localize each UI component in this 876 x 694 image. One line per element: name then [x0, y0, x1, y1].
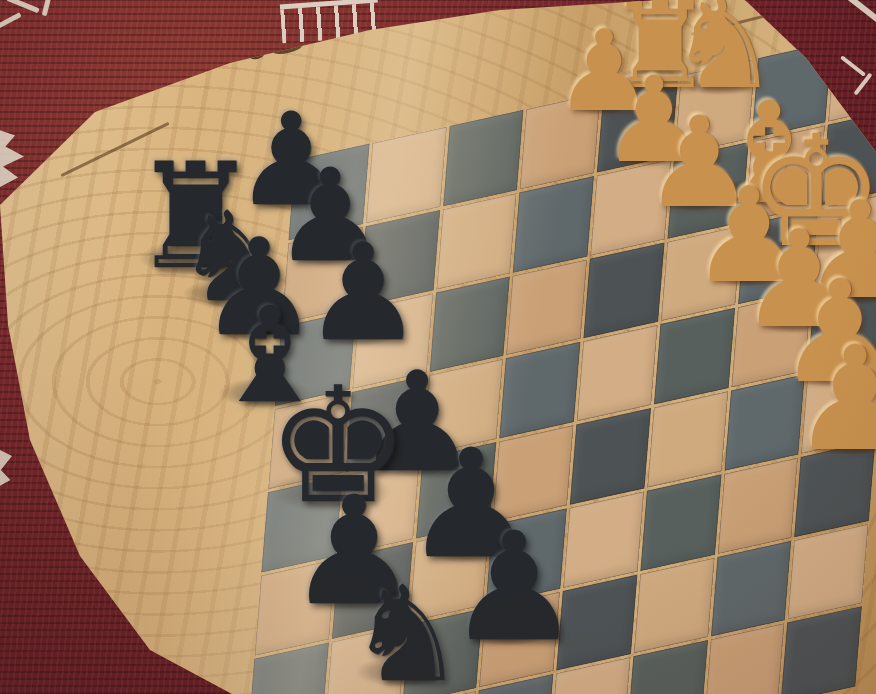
- square-d7[interactable]: [513, 176, 594, 272]
- rug-mark-top-left-3: [42, 0, 52, 16]
- rug-stripe-top-right-1: [771, 0, 876, 39]
- square-e4[interactable]: [570, 408, 651, 504]
- square-g2[interactable]: [711, 540, 792, 636]
- wood-bark-edge: [791, 31, 844, 78]
- rug-mark-top-left-1: [6, 0, 39, 13]
- piece-black-knight[interactable]: ♞: [348, 578, 466, 690]
- square-g3[interactable]: [717, 457, 798, 553]
- wood-knot-2: [250, 52, 265, 61]
- piece-black-pawn[interactable]: ♟: [447, 524, 581, 652]
- square-f1[interactable]: [627, 640, 708, 694]
- square-c7[interactable]: [436, 193, 517, 289]
- square-d6[interactable]: [506, 259, 587, 355]
- square-g1[interactable]: [704, 623, 785, 694]
- square-d1[interactable]: [472, 674, 553, 694]
- rug-left-patch-2: [0, 448, 12, 488]
- pieces-layer: ♜♞♟♟♝♟♟♚♟♜♟♟♞♟♟♟♟♝♟♟♚♟♟♟♞: [0, 0, 876, 694]
- square-f3[interactable]: [640, 474, 721, 570]
- square-e5[interactable]: [577, 325, 658, 421]
- square-h1[interactable]: [781, 606, 862, 694]
- square-h2[interactable]: [788, 523, 869, 619]
- rug-left-patch-1: [0, 128, 24, 190]
- piece-white-pawn[interactable]: ♟: [790, 338, 876, 460]
- rug-mark-top-left-2: [0, 12, 22, 29]
- wood-knot-1: [271, 41, 302, 56]
- square-a2[interactable]: [248, 642, 329, 694]
- square-f4[interactable]: [647, 391, 728, 487]
- square-f5[interactable]: [654, 308, 735, 404]
- scene: ♜♞♟♟♝♟♟♚♟♜♟♟♞♟♟♟♟♝♟♟♚♟♟♟♞: [0, 0, 876, 694]
- square-e6[interactable]: [583, 242, 664, 338]
- square-c8[interactable]: [443, 110, 524, 206]
- square-f2[interactable]: [633, 557, 714, 653]
- rug-hash-top-right-1: [840, 55, 866, 77]
- olive-wood-table: ♜♞♟♟♝♟♟♚♟♜♟♟♞♟♟♟♟♝♟♟♚♟♟♟♞: [0, 0, 876, 694]
